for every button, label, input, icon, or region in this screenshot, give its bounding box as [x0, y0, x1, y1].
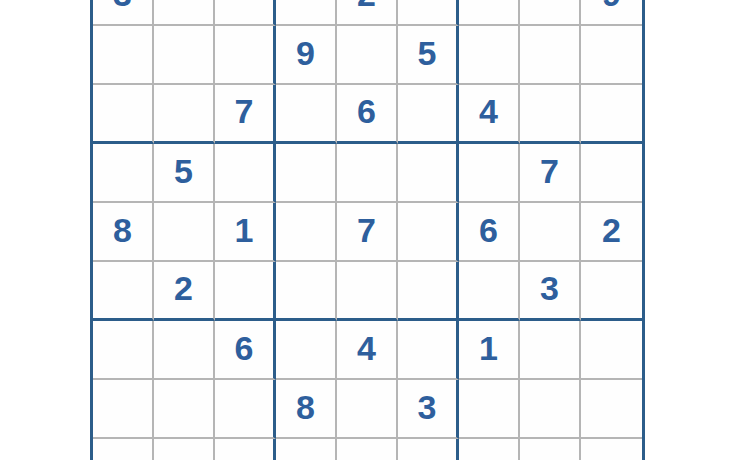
- cell-r1c5[interactable]: 2: [337, 0, 398, 26]
- cell-r3c3[interactable]: 7: [215, 85, 276, 144]
- cell-r6c8[interactable]: 3: [520, 262, 581, 321]
- cell-r1c2[interactable]: [154, 0, 215, 26]
- cell-r7c8[interactable]: [520, 321, 581, 380]
- cell-r7c2[interactable]: [154, 321, 215, 380]
- cell-r4c6[interactable]: [398, 144, 459, 203]
- cell-r8c8[interactable]: [520, 380, 581, 439]
- cell-r1c9[interactable]: 9: [581, 0, 642, 26]
- cell-r8c9[interactable]: [581, 380, 642, 439]
- cell-r7c4[interactable]: [276, 321, 337, 380]
- cell-r5c6[interactable]: [398, 203, 459, 262]
- cell-r9c4[interactable]: [276, 439, 337, 460]
- cell-r6c7[interactable]: [459, 262, 520, 321]
- cell-r6c1[interactable]: [93, 262, 154, 321]
- screenshot-viewport: 3299576457817622364183: [0, 0, 736, 460]
- cell-r1c3[interactable]: [215, 0, 276, 26]
- cell-r3c5[interactable]: 6: [337, 85, 398, 144]
- cell-r9c5[interactable]: [337, 439, 398, 460]
- cell-r1c1[interactable]: 3: [93, 0, 154, 26]
- cell-r8c7[interactable]: [459, 380, 520, 439]
- cell-r3c1[interactable]: [93, 85, 154, 144]
- cell-r5c9[interactable]: 2: [581, 203, 642, 262]
- cell-r9c3[interactable]: [215, 439, 276, 460]
- cell-r4c9[interactable]: [581, 144, 642, 203]
- cell-r6c5[interactable]: [337, 262, 398, 321]
- cell-r5c2[interactable]: [154, 203, 215, 262]
- cell-r2c6[interactable]: 5: [398, 26, 459, 85]
- cell-r4c7[interactable]: [459, 144, 520, 203]
- cell-r4c2[interactable]: 5: [154, 144, 215, 203]
- cell-r7c9[interactable]: [581, 321, 642, 380]
- cell-r9c9[interactable]: [581, 439, 642, 460]
- cell-r8c6[interactable]: 3: [398, 380, 459, 439]
- cell-r5c5[interactable]: 7: [337, 203, 398, 262]
- cell-r8c4[interactable]: 8: [276, 380, 337, 439]
- cell-r3c6[interactable]: [398, 85, 459, 144]
- cell-r7c3[interactable]: 6: [215, 321, 276, 380]
- cell-r4c4[interactable]: [276, 144, 337, 203]
- cell-r3c2[interactable]: [154, 85, 215, 144]
- cell-r1c7[interactable]: [459, 0, 520, 26]
- cell-r9c6[interactable]: [398, 439, 459, 460]
- cell-r4c1[interactable]: [93, 144, 154, 203]
- cell-r8c3[interactable]: [215, 380, 276, 439]
- cell-r5c7[interactable]: 6: [459, 203, 520, 262]
- sudoku-board: 3299576457817622364183: [90, 0, 645, 460]
- cell-r5c8[interactable]: [520, 203, 581, 262]
- cell-r8c5[interactable]: [337, 380, 398, 439]
- cell-r3c4[interactable]: [276, 85, 337, 144]
- cell-r7c7[interactable]: 1: [459, 321, 520, 380]
- cell-r1c6[interactable]: [398, 0, 459, 26]
- cell-r4c8[interactable]: 7: [520, 144, 581, 203]
- cell-r9c7[interactable]: [459, 439, 520, 460]
- cell-r1c8[interactable]: [520, 0, 581, 26]
- cell-r8c1[interactable]: [93, 380, 154, 439]
- cell-r6c6[interactable]: [398, 262, 459, 321]
- cell-r7c1[interactable]: [93, 321, 154, 380]
- cell-r2c1[interactable]: [93, 26, 154, 85]
- cell-r2c9[interactable]: [581, 26, 642, 85]
- cell-r2c8[interactable]: [520, 26, 581, 85]
- cell-r3c7[interactable]: 4: [459, 85, 520, 144]
- cell-r6c9[interactable]: [581, 262, 642, 321]
- cell-r2c4[interactable]: 9: [276, 26, 337, 85]
- cell-r7c6[interactable]: [398, 321, 459, 380]
- cell-r2c2[interactable]: [154, 26, 215, 85]
- cell-r2c5[interactable]: [337, 26, 398, 85]
- cell-r2c3[interactable]: [215, 26, 276, 85]
- cell-r6c3[interactable]: [215, 262, 276, 321]
- cell-r8c2[interactable]: [154, 380, 215, 439]
- cell-r3c9[interactable]: [581, 85, 642, 144]
- cell-r5c1[interactable]: 8: [93, 203, 154, 262]
- cell-r6c2[interactable]: 2: [154, 262, 215, 321]
- cell-r5c4[interactable]: [276, 203, 337, 262]
- cell-r9c2[interactable]: [154, 439, 215, 460]
- cell-r9c8[interactable]: [520, 439, 581, 460]
- cell-r1c4[interactable]: [276, 0, 337, 26]
- cell-r3c8[interactable]: [520, 85, 581, 144]
- cell-r7c5[interactable]: 4: [337, 321, 398, 380]
- cell-r5c3[interactable]: 1: [215, 203, 276, 262]
- cell-r4c3[interactable]: [215, 144, 276, 203]
- cell-r9c1[interactable]: [93, 439, 154, 460]
- cell-r2c7[interactable]: [459, 26, 520, 85]
- cell-r6c4[interactable]: [276, 262, 337, 321]
- cell-r4c5[interactable]: [337, 144, 398, 203]
